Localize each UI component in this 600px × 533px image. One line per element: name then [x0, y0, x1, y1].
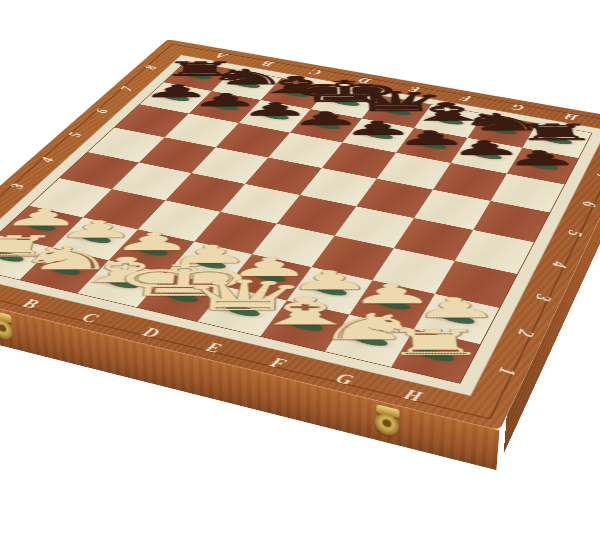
pawn-glyph: ♟ [501, 148, 582, 168]
chess-board: AABBCCDDEEFFGGHH1122334455667788 ♜♞♝♚♛♝♞… [0, 39, 600, 430]
rook-glyph: ♜ [509, 121, 600, 144]
product-photo-stage: AABBCCDDEEFFGGHH1122334455667788 ♜♞♝♚♛♝♞… [0, 0, 600, 533]
scene: AABBCCDDEEFFGGHH1122334455667788 ♜♞♝♚♛♝♞… [0, 0, 600, 533]
